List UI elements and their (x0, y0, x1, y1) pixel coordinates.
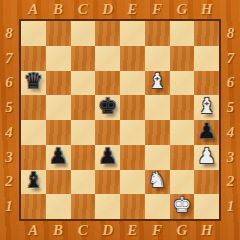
square-a4[interactable] (21, 120, 46, 145)
file-label-c-bottom: C (71, 221, 96, 240)
file-label-a-top: A (21, 0, 46, 18)
square-a8[interactable] (21, 21, 46, 46)
file-label-e-top: E (120, 0, 145, 18)
file-label-f-top: F (145, 0, 170, 18)
rank-label-5-left: 5 (0, 95, 18, 120)
piece-white-pawn-h3[interactable]: ♟ (197, 146, 216, 167)
square-f8[interactable] (145, 21, 170, 46)
rank-label-4-right: 4 (221, 120, 240, 145)
rank-label-8-right: 8 (221, 21, 240, 46)
square-h6[interactable] (194, 71, 219, 96)
square-c3[interactable] (71, 145, 96, 170)
rank-label-3-left: 3 (0, 145, 18, 170)
square-d5[interactable]: ♚ (95, 95, 120, 120)
square-h3[interactable]: ♟ (194, 145, 219, 170)
piece-black-queen-a6[interactable]: ♛ (24, 71, 43, 92)
rank-label-4-left: 4 (0, 120, 18, 145)
square-b5[interactable] (46, 95, 71, 120)
square-a2[interactable]: ♝ (21, 170, 46, 195)
rank-label-6-right: 6 (221, 71, 240, 96)
square-a1[interactable] (21, 194, 46, 219)
file-label-b-bottom: B (46, 221, 71, 240)
rank-label-7-right: 7 (221, 46, 240, 71)
file-label-e-bottom: E (120, 221, 145, 240)
square-e3[interactable] (120, 145, 145, 170)
square-f4[interactable] (145, 120, 170, 145)
square-d3[interactable]: ♟ (95, 145, 120, 170)
square-b4[interactable] (46, 120, 71, 145)
file-label-d-top: D (95, 0, 120, 18)
rank-label-6-left: 6 (0, 71, 18, 96)
rank-label-7-left: 7 (0, 46, 18, 71)
rank-label-3-right: 3 (221, 145, 240, 170)
square-f7[interactable] (145, 46, 170, 71)
square-e2[interactable] (120, 170, 145, 195)
square-h2[interactable] (194, 170, 219, 195)
square-e4[interactable] (120, 120, 145, 145)
piece-white-bishop-h5[interactable]: ♝ (197, 96, 216, 117)
square-b6[interactable] (46, 71, 71, 96)
rank-label-5-right: 5 (221, 95, 240, 120)
piece-white-king-g1[interactable]: ♚ (172, 195, 191, 216)
piece-black-king-d5[interactable]: ♚ (98, 96, 117, 117)
square-h7[interactable] (194, 46, 219, 71)
file-label-b-top: B (46, 0, 71, 18)
chess-board: ♛♝♚♝♟♟♟♟♝♞♚ (19, 19, 221, 221)
square-b3[interactable]: ♟ (46, 145, 71, 170)
rank-label-2-right: 2 (221, 170, 240, 195)
square-b1[interactable] (46, 194, 71, 219)
square-g4[interactable] (170, 120, 195, 145)
square-f2[interactable]: ♞ (145, 170, 170, 195)
file-label-g-bottom: G (170, 221, 195, 240)
square-c1[interactable] (71, 194, 96, 219)
square-a5[interactable] (21, 95, 46, 120)
square-d8[interactable] (95, 21, 120, 46)
file-label-f-bottom: F (145, 221, 170, 240)
piece-black-pawn-d3[interactable]: ♟ (98, 146, 117, 167)
file-label-h-top: H (194, 0, 219, 18)
square-h5[interactable]: ♝ (194, 95, 219, 120)
square-e5[interactable] (120, 95, 145, 120)
square-e7[interactable] (120, 46, 145, 71)
square-g7[interactable] (170, 46, 195, 71)
file-label-g-top: G (170, 0, 195, 18)
piece-black-bishop-a2[interactable]: ♝ (24, 170, 43, 191)
file-label-h-bottom: H (194, 221, 219, 240)
square-c7[interactable] (71, 46, 96, 71)
square-d2[interactable] (95, 170, 120, 195)
square-g5[interactable] (170, 95, 195, 120)
square-d7[interactable] (95, 46, 120, 71)
file-label-a-bottom: A (21, 221, 46, 240)
square-c2[interactable] (71, 170, 96, 195)
square-e6[interactable] (120, 71, 145, 96)
square-f1[interactable] (145, 194, 170, 219)
square-h8[interactable] (194, 21, 219, 46)
square-b7[interactable] (46, 46, 71, 71)
square-f3[interactable] (145, 145, 170, 170)
square-c5[interactable] (71, 95, 96, 120)
piece-white-knight-f2[interactable]: ♞ (148, 170, 167, 191)
square-g1[interactable]: ♚ (170, 194, 195, 219)
square-c6[interactable] (71, 71, 96, 96)
square-g2[interactable] (170, 170, 195, 195)
square-c8[interactable] (71, 21, 96, 46)
square-e8[interactable] (120, 21, 145, 46)
square-b8[interactable] (46, 21, 71, 46)
square-g6[interactable] (170, 71, 195, 96)
square-a7[interactable] (21, 46, 46, 71)
file-label-d-bottom: D (95, 221, 120, 240)
square-e1[interactable] (120, 194, 145, 219)
square-g3[interactable] (170, 145, 195, 170)
square-a6[interactable]: ♛ (21, 71, 46, 96)
chessboard-app: ♛♝♚♝♟♟♟♟♝♞♚ AABBCCDDEEFFGGHH887766554433… (0, 0, 240, 240)
piece-black-pawn-h4[interactable]: ♟ (197, 121, 216, 142)
piece-white-bishop-f6[interactable]: ♝ (148, 71, 167, 92)
square-d1[interactable] (95, 194, 120, 219)
rank-label-1-right: 1 (221, 194, 240, 219)
square-b2[interactable] (46, 170, 71, 195)
square-h4[interactable]: ♟ (194, 120, 219, 145)
square-f6[interactable]: ♝ (145, 71, 170, 96)
square-c4[interactable] (71, 120, 96, 145)
rank-label-8-left: 8 (0, 21, 18, 46)
file-label-c-top: C (71, 0, 96, 18)
square-f5[interactable] (145, 95, 170, 120)
square-d6[interactable] (95, 71, 120, 96)
rank-label-2-left: 2 (0, 170, 18, 195)
square-g8[interactable] (170, 21, 195, 46)
rank-label-1-left: 1 (0, 194, 18, 219)
square-a3[interactable] (21, 145, 46, 170)
square-d4[interactable] (95, 120, 120, 145)
square-h1[interactable] (194, 194, 219, 219)
piece-black-pawn-b3[interactable]: ♟ (49, 146, 68, 167)
